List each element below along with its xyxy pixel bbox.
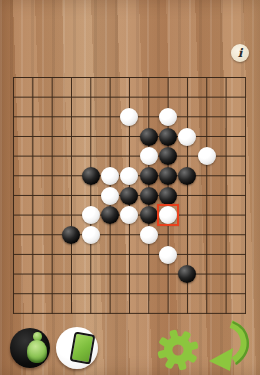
stone-black [140, 128, 158, 146]
stone-black [120, 187, 138, 205]
stone-black [159, 147, 177, 165]
settings-button[interactable] [157, 329, 199, 371]
stone-white [120, 108, 138, 126]
stone-white [178, 128, 196, 146]
stone-black [178, 167, 196, 185]
stone-black [140, 187, 158, 205]
last-move-marker [157, 204, 179, 226]
stone-white [140, 226, 158, 244]
tablet-icon [70, 331, 96, 364]
stone-white [159, 108, 177, 126]
stone-black [101, 206, 119, 224]
stone-black [159, 187, 177, 205]
player-black-button[interactable] [10, 328, 50, 368]
undo-arrow-icon [200, 318, 256, 372]
stone-white [101, 167, 119, 185]
person-icon [27, 332, 47, 364]
stone-black [62, 226, 80, 244]
stone-white [120, 206, 138, 224]
gomoku-app-screen: i [0, 0, 260, 375]
player-white-device-button[interactable] [56, 327, 98, 369]
stone-white [198, 147, 216, 165]
person-body [27, 340, 47, 363]
gear-icon [157, 329, 199, 371]
stone-black [82, 167, 100, 185]
stone-white [159, 246, 177, 264]
stone-black [140, 167, 158, 185]
game-board[interactable] [0, 0, 260, 330]
stone-white [82, 226, 100, 244]
stone-white [82, 206, 100, 224]
stone-white [120, 167, 138, 185]
board-grid[interactable] [13, 77, 246, 314]
stone-white [140, 147, 158, 165]
stone-black [159, 167, 177, 185]
stone-black [159, 128, 177, 146]
undo-button[interactable] [200, 318, 256, 372]
stone-white [101, 187, 119, 205]
stone-black [140, 206, 158, 224]
stone-black [178, 265, 196, 283]
